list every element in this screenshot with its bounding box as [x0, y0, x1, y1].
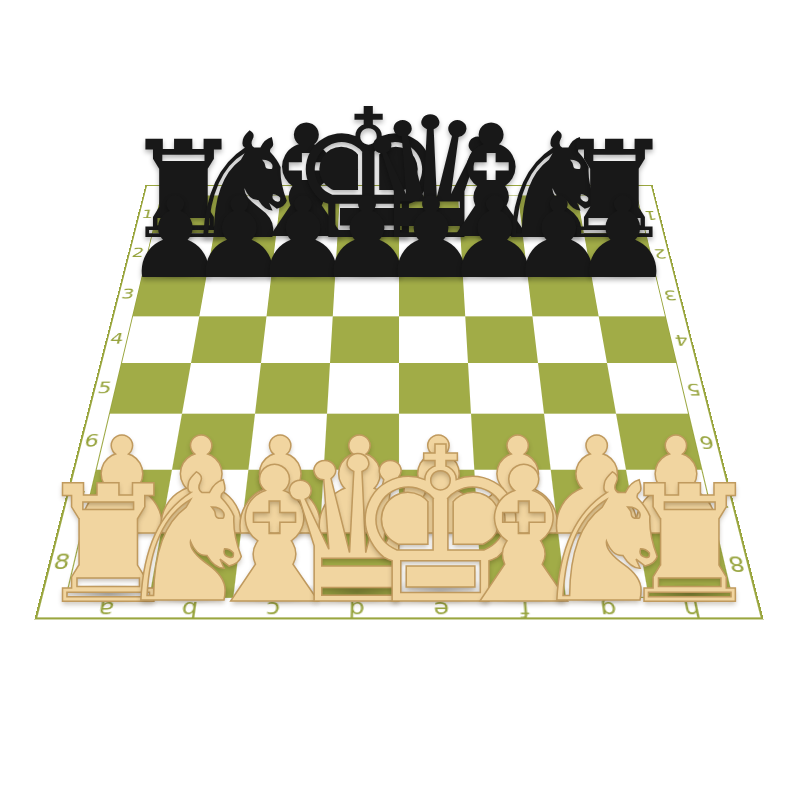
square-h4[interactable] [598, 316, 676, 363]
square-c5[interactable] [254, 363, 329, 414]
chess-board-scene: 1122334455667788abcdefgh ♜♞♝♚♛♝♞♜♟♟♟♟♟♟♟… [0, 0, 798, 800]
square-c4[interactable] [261, 316, 333, 363]
piece-black-pawn-h2[interactable]: ♟ [572, 182, 673, 294]
piece-white-rook-h8[interactable]: ♜ [617, 464, 762, 626]
square-d4[interactable] [330, 316, 399, 363]
square-b4[interactable] [191, 316, 266, 363]
square-h5[interactable] [607, 363, 688, 414]
square-a5[interactable] [110, 363, 191, 414]
square-b5[interactable] [182, 363, 260, 414]
square-g4[interactable] [532, 316, 607, 363]
square-e4[interactable] [399, 316, 468, 363]
square-f4[interactable] [465, 316, 537, 363]
square-a4[interactable] [122, 316, 200, 363]
square-g5[interactable] [538, 363, 616, 414]
